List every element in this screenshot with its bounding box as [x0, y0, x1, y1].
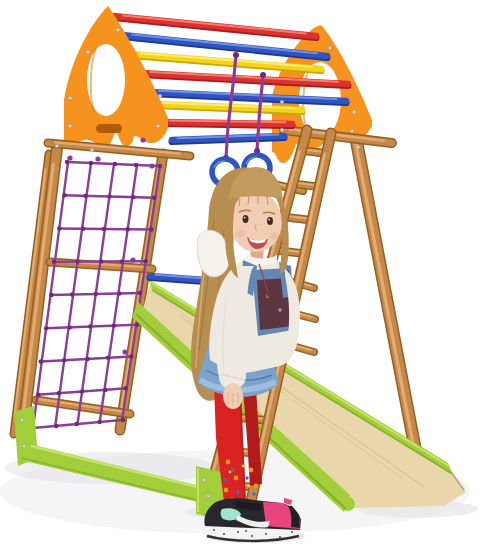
net-knot: [80, 389, 84, 393]
slide-near-rail-endcap: [341, 497, 355, 511]
net-knot: [44, 326, 48, 330]
net-knot: [98, 420, 102, 424]
net-knot: [125, 227, 129, 231]
sole-speckle: [237, 531, 239, 533]
sole-speckle: [265, 533, 267, 535]
floral-dot: [248, 485, 251, 488]
beam: [48, 143, 190, 156]
floral-dot: [252, 492, 255, 495]
eye-left-glint: [244, 217, 246, 219]
net-knot: [88, 324, 92, 328]
net-tie: [122, 349, 127, 354]
net-tie: [149, 163, 154, 168]
beam: [113, 16, 316, 36]
rope-knot: [260, 72, 266, 78]
screw: [328, 46, 332, 50]
net-tie: [140, 137, 145, 142]
net-tie: [95, 156, 100, 161]
floral-dot: [236, 490, 239, 493]
screw: [90, 148, 94, 152]
necklace-pendant: [267, 293, 271, 297]
net-knot: [131, 195, 135, 199]
net-knot: [138, 291, 142, 295]
net-knot: [117, 291, 121, 295]
net-knot: [102, 227, 106, 231]
net-knot: [57, 226, 61, 230]
net-knot: [129, 354, 133, 358]
rope-knot: [233, 52, 239, 58]
blush-left: [235, 231, 245, 238]
screw: [356, 145, 360, 149]
net-knot: [39, 359, 43, 363]
screw: [156, 124, 160, 128]
net-knot: [81, 227, 85, 231]
net-knot: [85, 357, 89, 361]
screw: [280, 100, 284, 104]
floral-dot: [224, 488, 229, 493]
net-knot: [57, 391, 61, 395]
net-knot: [99, 259, 103, 263]
screw: [68, 124, 72, 128]
product-photo: [0, 0, 482, 550]
screw: [158, 94, 162, 98]
sole-speckle: [291, 531, 293, 533]
net-knot: [62, 193, 66, 197]
eye-right-glint: [268, 219, 270, 221]
front-gable-handle-slot: [96, 124, 122, 133]
screw: [22, 444, 26, 448]
sneaker: [204, 498, 301, 542]
net-knot: [149, 227, 153, 231]
floral-dot: [245, 476, 248, 479]
net-knot: [94, 292, 98, 296]
floral-dot: [223, 478, 226, 481]
sole-speckle: [213, 529, 215, 531]
floral-dot: [242, 465, 245, 468]
beam: [355, 138, 415, 451]
net-knot: [124, 386, 128, 390]
net-knot: [144, 259, 148, 263]
net-knot: [70, 292, 74, 296]
net-knot: [83, 194, 87, 198]
screw: [206, 494, 210, 498]
screw: [350, 129, 354, 133]
play-gym-scene: [0, 0, 482, 550]
net-knot: [65, 160, 69, 164]
eye-right: [267, 217, 273, 225]
floral-dot: [231, 468, 234, 471]
net-tie: [130, 257, 135, 262]
floral-dot: [226, 460, 231, 465]
screw: [86, 50, 90, 54]
net-knot: [120, 259, 124, 263]
net-knot: [54, 424, 58, 428]
sole-speckle: [279, 536, 281, 538]
screw: [280, 128, 284, 132]
sole-speckle: [223, 533, 225, 535]
net-knot: [103, 388, 107, 392]
blush-right: [269, 233, 279, 240]
gym-rings: [212, 52, 270, 185]
bib-print-dot-2: [278, 308, 282, 312]
screw: [116, 28, 120, 32]
screw: [68, 96, 72, 100]
sole-speckle: [251, 535, 253, 537]
net-knot: [67, 325, 71, 329]
net-tie: [67, 155, 72, 160]
net-knot: [152, 196, 156, 200]
floral-dot: [249, 468, 254, 473]
net-knot: [74, 422, 78, 426]
net-knot: [113, 162, 117, 166]
eye-left: [243, 215, 249, 223]
screw: [202, 478, 206, 482]
net-knot: [75, 259, 79, 263]
floral-dot: [234, 476, 239, 481]
net-knot: [106, 356, 110, 360]
sole-speckle: [245, 530, 247, 532]
net-knot: [107, 194, 111, 198]
net-knot: [134, 163, 138, 167]
net-knot: [121, 418, 125, 422]
floral-dot: [229, 471, 232, 474]
net-knot: [62, 358, 66, 362]
net-knot: [36, 393, 40, 397]
net-knot: [52, 260, 56, 264]
screw: [55, 144, 59, 148]
net-knot: [89, 161, 93, 165]
beam: [36, 400, 130, 414]
screw: [352, 110, 356, 114]
net-knot: [158, 164, 162, 168]
net-knot: [112, 323, 116, 327]
net-knot: [49, 293, 53, 297]
floral-dot: [254, 484, 259, 489]
screw: [20, 418, 24, 422]
